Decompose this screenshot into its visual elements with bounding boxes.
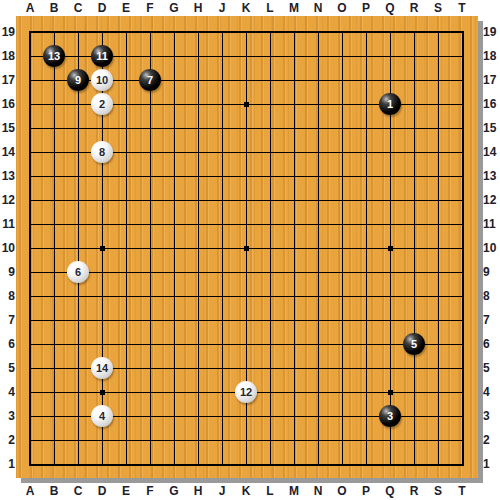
- coordinate-label: J: [210, 1, 234, 16]
- coordinate-label: D: [90, 484, 114, 499]
- coordinate-label: 3: [483, 404, 500, 428]
- coordinate-label: 16: [483, 92, 500, 116]
- coordinate-label: 13: [483, 164, 500, 188]
- coordinate-label: 5: [0, 356, 15, 380]
- stone-white-D5: 14: [91, 357, 113, 379]
- coordinate-label: 10: [483, 236, 500, 260]
- coordinate-label: 15: [0, 116, 15, 140]
- coordinate-label: 1: [483, 452, 500, 476]
- coordinate-label: T: [450, 484, 474, 499]
- stone-black-B18: 13: [43, 45, 65, 67]
- coordinate-label: G: [162, 484, 186, 499]
- stone-black-C17: 9: [67, 69, 89, 91]
- coordinate-label: 3: [0, 404, 15, 428]
- coordinate-label: F: [138, 484, 162, 499]
- stone-white-D16: 2: [91, 93, 113, 115]
- coordinate-label: L: [258, 1, 282, 16]
- coordinate-label: 4: [0, 380, 15, 404]
- stone-black-R6: 5: [403, 333, 425, 355]
- coordinate-label: O: [330, 484, 354, 499]
- coordinate-label: M: [282, 484, 306, 499]
- coordinate-label: N: [306, 484, 330, 499]
- coordinate-label: J: [210, 484, 234, 499]
- coordinate-label: R: [402, 1, 426, 16]
- coordinate-label: K: [234, 1, 258, 16]
- coordinate-label: 2: [0, 428, 15, 452]
- stone-white-D14: 8: [91, 141, 113, 163]
- stone-white-D3: 4: [91, 405, 113, 427]
- coordinate-labels-left: 19181716151413121110987654321: [0, 20, 15, 476]
- coordinate-label: P: [354, 1, 378, 16]
- coordinate-label: 10: [0, 236, 15, 260]
- stone-black-F17: 7: [139, 69, 161, 91]
- coordinate-label: 11: [0, 212, 15, 236]
- coordinate-label: T: [450, 1, 474, 16]
- coordinate-label: E: [114, 484, 138, 499]
- coordinate-label: 7: [483, 308, 500, 332]
- coordinate-label: 4: [483, 380, 500, 404]
- coordinate-label: 18: [483, 44, 500, 68]
- stone-white-C9: 6: [67, 261, 89, 283]
- coordinate-label: 17: [0, 68, 15, 92]
- stones-grid: 1234567891011121314: [18, 20, 474, 476]
- coordinate-label: 6: [483, 332, 500, 356]
- coordinate-label: 5: [483, 356, 500, 380]
- coordinate-label: S: [426, 484, 450, 499]
- coordinate-label: 9: [0, 260, 15, 284]
- coordinate-label: 12: [483, 188, 500, 212]
- coordinate-label: C: [66, 1, 90, 16]
- coordinate-label: P: [354, 484, 378, 499]
- coordinate-label: 7: [0, 308, 15, 332]
- coordinate-label: G: [162, 1, 186, 16]
- coordinate-label: M: [282, 1, 306, 16]
- coordinate-label: S: [426, 1, 450, 16]
- coordinate-label: 6: [0, 332, 15, 356]
- coordinate-label: 14: [0, 140, 15, 164]
- coordinate-label: 12: [0, 188, 15, 212]
- coordinate-label: R: [402, 484, 426, 499]
- coordinate-label: D: [90, 1, 114, 16]
- coordinate-label: A: [18, 484, 42, 499]
- stone-black-Q16: 1: [379, 93, 401, 115]
- coordinate-label: L: [258, 484, 282, 499]
- coordinate-label: B: [42, 484, 66, 499]
- coordinate-labels-bottom: ABCDEFGHJKLMNOPQRST: [18, 484, 474, 499]
- coordinate-label: E: [114, 1, 138, 16]
- coordinate-label: 11: [483, 212, 500, 236]
- coordinate-label: H: [186, 484, 210, 499]
- coordinate-label: Q: [378, 484, 402, 499]
- coordinate-label: 8: [483, 284, 500, 308]
- coordinate-label: A: [18, 1, 42, 16]
- coordinate-label: 2: [483, 428, 500, 452]
- coordinate-label: B: [42, 1, 66, 16]
- coordinate-label: 13: [0, 164, 15, 188]
- stone-white-D17: 10: [91, 69, 113, 91]
- coordinate-label: F: [138, 1, 162, 16]
- coordinate-label: 17: [483, 68, 500, 92]
- coordinate-label: 16: [0, 92, 15, 116]
- coordinate-label: 9: [483, 260, 500, 284]
- go-board[interactable]: 1234567891011121314: [16, 16, 478, 478]
- stone-black-D18: 11: [91, 45, 113, 67]
- coordinate-label: K: [234, 484, 258, 499]
- coordinate-label: 15: [483, 116, 500, 140]
- coordinate-label: 14: [483, 140, 500, 164]
- coordinate-label: 1: [0, 452, 15, 476]
- coordinate-label: 18: [0, 44, 15, 68]
- coordinate-label: 19: [0, 20, 15, 44]
- stone-white-K4: 12: [235, 381, 257, 403]
- go-board-diagram: ABCDEFGHJKLMNOPQRST ABCDEFGHJKLMNOPQRST …: [0, 0, 500, 500]
- coordinate-label: C: [66, 484, 90, 499]
- coordinate-label: N: [306, 1, 330, 16]
- coordinate-labels-right: 19181716151413121110987654321: [483, 20, 500, 476]
- coordinate-label: H: [186, 1, 210, 16]
- coordinate-label: Q: [378, 1, 402, 16]
- coordinate-labels-top: ABCDEFGHJKLMNOPQRST: [18, 1, 474, 16]
- stone-black-Q3: 3: [379, 405, 401, 427]
- coordinate-label: 8: [0, 284, 15, 308]
- coordinate-label: O: [330, 1, 354, 16]
- coordinate-label: 19: [483, 20, 500, 44]
